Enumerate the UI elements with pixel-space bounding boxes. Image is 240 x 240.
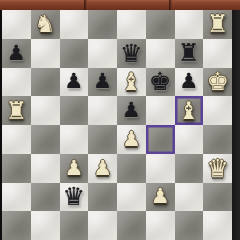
square-e5[interactable]: ♟: [117, 96, 146, 125]
square-a5[interactable]: ♜: [2, 96, 31, 125]
square-h8[interactable]: ♜: [203, 10, 232, 39]
square-a6[interactable]: [2, 68, 31, 97]
square-b2[interactable]: [31, 183, 60, 212]
square-c8[interactable]: [60, 10, 89, 39]
square-d3[interactable]: ♟: [88, 154, 117, 183]
square-a3[interactable]: [2, 154, 31, 183]
piece-white-bishop[interactable]: ♝: [121, 70, 143, 94]
piece-white-bishop[interactable]: ♝: [178, 99, 200, 123]
square-d1[interactable]: [88, 211, 117, 240]
square-b3[interactable]: [31, 154, 60, 183]
square-a7[interactable]: ♟: [2, 39, 31, 68]
piece-white-pawn[interactable]: ♟: [93, 158, 112, 179]
piece-white-rook[interactable]: ♜: [207, 12, 229, 36]
square-g4[interactable]: [175, 125, 204, 154]
square-f4[interactable]: [146, 125, 175, 154]
piece-white-pawn[interactable]: ♟: [64, 158, 83, 179]
square-c1[interactable]: [60, 211, 89, 240]
square-b4[interactable]: [31, 125, 60, 154]
wooden-frame-top: [0, 0, 240, 10]
square-b6[interactable]: [31, 68, 60, 97]
piece-black-pawn[interactable]: ♟: [122, 100, 141, 121]
square-c4[interactable]: [60, 125, 89, 154]
board-border-right: [232, 10, 240, 240]
piece-white-knight[interactable]: ♞: [34, 12, 56, 36]
square-e7[interactable]: ♛: [117, 39, 146, 68]
square-c3[interactable]: ♟: [60, 154, 89, 183]
piece-black-queen[interactable]: ♛: [63, 184, 85, 209]
square-f6[interactable]: ♚: [146, 68, 175, 97]
piece-white-rook[interactable]: ♜: [6, 99, 28, 123]
square-g7[interactable]: ♜: [175, 39, 204, 68]
square-b5[interactable]: [31, 96, 60, 125]
square-d6[interactable]: ♟: [88, 68, 117, 97]
square-h4[interactable]: [203, 125, 232, 154]
square-g1[interactable]: [175, 211, 204, 240]
piece-black-rook[interactable]: ♜: [178, 41, 200, 65]
square-d8[interactable]: [88, 10, 117, 39]
square-f3[interactable]: [146, 154, 175, 183]
square-c6[interactable]: ♟: [60, 68, 89, 97]
square-h2[interactable]: [203, 183, 232, 212]
square-g8[interactable]: [175, 10, 204, 39]
square-b1[interactable]: [31, 211, 60, 240]
square-b8[interactable]: ♞: [31, 10, 60, 39]
square-h6[interactable]: ♚: [203, 68, 232, 97]
square-a1[interactable]: [2, 211, 31, 240]
square-c2[interactable]: ♛: [60, 183, 89, 212]
piece-white-pawn[interactable]: ♟: [151, 186, 170, 207]
chess-board: ♞♜♟♛♜♟♟♝♚♟♚♜♟♝♟♟♟♛♛♟: [2, 10, 232, 240]
wood-seam: [169, 0, 172, 10]
piece-white-king[interactable]: ♚: [206, 69, 228, 94]
square-e2[interactable]: [117, 183, 146, 212]
square-f5[interactable]: [146, 96, 175, 125]
square-d2[interactable]: [88, 183, 117, 212]
square-f7[interactable]: [146, 39, 175, 68]
square-g3[interactable]: [175, 154, 204, 183]
square-g6[interactable]: ♟: [175, 68, 204, 97]
piece-white-queen[interactable]: ♛: [206, 156, 228, 181]
square-a8[interactable]: [2, 10, 31, 39]
square-b7[interactable]: [31, 39, 60, 68]
square-e1[interactable]: [117, 211, 146, 240]
square-c7[interactable]: [60, 39, 89, 68]
square-c5[interactable]: [60, 96, 89, 125]
chess-app-window: ♞♜♟♛♜♟♟♝♚♟♚♜♟♝♟♟♟♛♛♟: [0, 0, 240, 240]
square-h1[interactable]: [203, 211, 232, 240]
piece-black-pawn[interactable]: ♟: [93, 71, 112, 92]
board-strip: ♞♜♟♛♜♟♟♝♚♟♚♜♟♝♟♟♟♛♛♟: [0, 10, 240, 240]
wood-seam: [84, 0, 87, 10]
square-h3[interactable]: ♛: [203, 154, 232, 183]
piece-black-pawn[interactable]: ♟: [179, 71, 198, 92]
square-h7[interactable]: [203, 39, 232, 68]
square-g5[interactable]: ♝: [175, 96, 204, 125]
square-g2[interactable]: [175, 183, 204, 212]
square-f8[interactable]: [146, 10, 175, 39]
piece-white-pawn[interactable]: ♟: [122, 129, 141, 150]
square-d5[interactable]: [88, 96, 117, 125]
piece-black-pawn[interactable]: ♟: [64, 71, 83, 92]
square-e6[interactable]: ♝: [117, 68, 146, 97]
piece-black-pawn[interactable]: ♟: [7, 43, 26, 64]
square-f1[interactable]: [146, 211, 175, 240]
square-a2[interactable]: [2, 183, 31, 212]
square-e8[interactable]: [117, 10, 146, 39]
square-a4[interactable]: [2, 125, 31, 154]
piece-black-king[interactable]: ♚: [149, 69, 171, 94]
square-h5[interactable]: [203, 96, 232, 125]
square-f2[interactable]: ♟: [146, 183, 175, 212]
square-e4[interactable]: ♟: [117, 125, 146, 154]
square-e3[interactable]: [117, 154, 146, 183]
square-d7[interactable]: [88, 39, 117, 68]
piece-black-queen[interactable]: ♛: [120, 41, 142, 66]
square-d4[interactable]: [88, 125, 117, 154]
